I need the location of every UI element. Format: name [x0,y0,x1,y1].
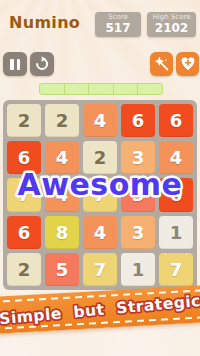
banner-text: Simple but Strategic [0,292,200,328]
magic-wand-icon [154,56,170,72]
tile-3[interactable]: 3 [121,216,155,249]
tile-7[interactable]: 7 [159,253,193,286]
tile-5[interactable]: 5 [45,253,79,286]
tile-2[interactable]: 2 [45,104,79,137]
magic-wand-button[interactable] [150,52,173,76]
pause-icon [10,59,20,70]
tile-2[interactable]: 2 [7,253,41,286]
score-box: Score 517 [95,12,141,37]
score-value: 517 [95,22,141,35]
tile-7[interactable]: 7 [83,253,117,286]
app-title: Numino [9,13,80,32]
tile-4[interactable]: 4 [45,178,79,211]
tile-2[interactable]: 2 [7,104,41,137]
progress-segment [137,83,163,95]
tile-4[interactable]: 4 [45,141,79,174]
restart-icon [34,56,50,72]
tile-4[interactable]: 4 [159,141,193,174]
tile-5[interactable]: 5 [121,178,155,211]
high-score-box: High Score 2102 [147,12,196,37]
tile-3[interactable]: 3 [121,141,155,174]
tile-8[interactable]: 8 [45,216,79,249]
board-grid: 2246664234747566843125717 [7,104,193,286]
tile-4[interactable]: 4 [83,104,117,137]
tile-7[interactable]: 7 [83,178,117,211]
tile-1[interactable]: 1 [121,253,155,286]
pause-button[interactable] [3,52,27,76]
tile-7[interactable]: 7 [7,178,41,211]
game-board: 2246664234747566843125717 [3,100,197,290]
tile-6[interactable]: 6 [159,104,193,137]
tile-6[interactable]: 6 [7,216,41,249]
tile-2[interactable]: 2 [83,141,117,174]
progress-segment [39,83,65,95]
restart-button[interactable] [30,52,54,76]
tile-6[interactable]: 6 [159,178,193,211]
progress-segment [88,83,114,95]
tile-6[interactable]: 6 [121,104,155,137]
progress-segment [64,83,90,95]
app-root: Numino Score 517 High Score 2102 22 [0,0,200,356]
banner-ribbon: Simple but Strategic [0,285,200,334]
tile-4[interactable]: 4 [83,216,117,249]
progress-bar [39,83,163,95]
heart-plus-button[interactable] [176,52,199,76]
progress-segment [113,83,139,95]
tile-6[interactable]: 6 [7,141,41,174]
tile-1[interactable]: 1 [159,216,193,249]
heart-plus-icon [180,56,196,72]
high-score-value: 2102 [147,22,196,35]
